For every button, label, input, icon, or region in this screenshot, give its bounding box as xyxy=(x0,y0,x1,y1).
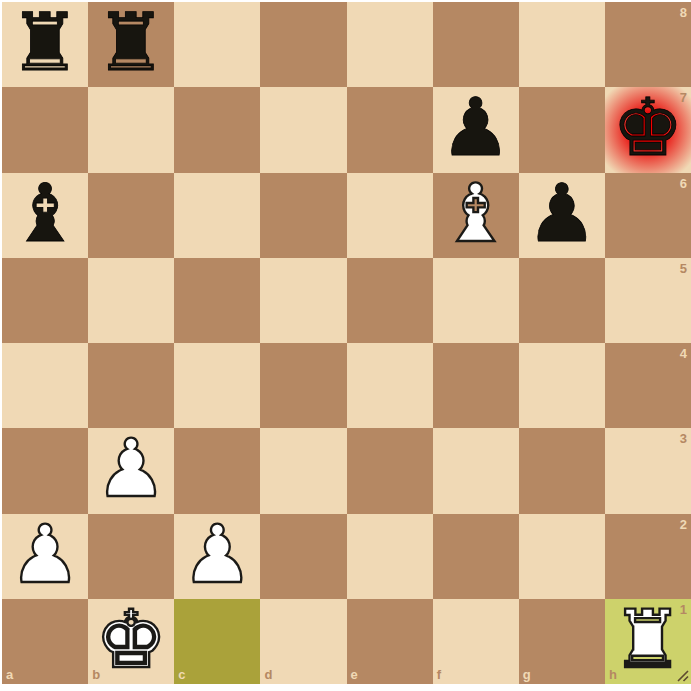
square-b6[interactable] xyxy=(88,173,174,258)
square-a3[interactable] xyxy=(2,428,88,513)
square-c3[interactable] xyxy=(174,428,260,513)
piece-black-bishop[interactable]: ♝ xyxy=(9,173,81,256)
coord-rank-2: 2 xyxy=(680,518,687,531)
square-h8[interactable]: 8 xyxy=(605,2,691,87)
piece-white-pawn[interactable]: ♟ xyxy=(181,514,253,597)
piece-black-pawn[interactable]: ♟ xyxy=(440,87,512,170)
square-c4[interactable] xyxy=(174,343,260,428)
square-g6[interactable]: ♟ xyxy=(519,173,605,258)
coord-rank-5: 5 xyxy=(680,262,687,275)
square-g7[interactable] xyxy=(519,87,605,172)
square-c7[interactable] xyxy=(174,87,260,172)
square-f4[interactable] xyxy=(433,343,519,428)
piece-white-king[interactable]: ♚ xyxy=(95,599,167,682)
square-h5[interactable]: 5 xyxy=(605,258,691,343)
square-b8[interactable]: ♜ xyxy=(88,2,174,87)
square-d5[interactable] xyxy=(260,258,346,343)
square-f5[interactable] xyxy=(433,258,519,343)
square-h6[interactable]: 6 xyxy=(605,173,691,258)
square-g1[interactable]: g xyxy=(519,599,605,684)
square-b4[interactable] xyxy=(88,343,174,428)
piece-white-bishop[interactable]: ♝ xyxy=(440,173,512,256)
piece-black-king[interactable]: ♚ xyxy=(612,87,684,170)
square-e7[interactable] xyxy=(347,87,433,172)
coord-rank-4: 4 xyxy=(680,347,687,360)
coord-rank-6: 6 xyxy=(680,177,687,190)
square-h7[interactable]: ♚7 xyxy=(605,87,691,172)
square-a6[interactable]: ♝ xyxy=(2,173,88,258)
square-g5[interactable] xyxy=(519,258,605,343)
square-b7[interactable] xyxy=(88,87,174,172)
square-c5[interactable] xyxy=(174,258,260,343)
board-resize-handle-icon[interactable] xyxy=(675,668,689,682)
coord-file-a: a xyxy=(6,668,13,681)
square-d4[interactable] xyxy=(260,343,346,428)
square-h3[interactable]: 3 xyxy=(605,428,691,513)
piece-white-rook[interactable]: ♜ xyxy=(612,599,684,682)
square-c1[interactable]: c xyxy=(174,599,260,684)
square-f7[interactable]: ♟ xyxy=(433,87,519,172)
square-g3[interactable] xyxy=(519,428,605,513)
square-b1[interactable]: ♚b xyxy=(88,599,174,684)
piece-white-pawn[interactable]: ♟ xyxy=(9,514,81,597)
square-d2[interactable] xyxy=(260,514,346,599)
square-f8[interactable] xyxy=(433,2,519,87)
square-d3[interactable] xyxy=(260,428,346,513)
square-c6[interactable] xyxy=(174,173,260,258)
square-g4[interactable] xyxy=(519,343,605,428)
coord-file-e: e xyxy=(351,668,358,681)
square-e6[interactable] xyxy=(347,173,433,258)
coord-file-f: f xyxy=(437,668,441,681)
square-b5[interactable] xyxy=(88,258,174,343)
square-h4[interactable]: 4 xyxy=(605,343,691,428)
square-c2[interactable]: ♟ xyxy=(174,514,260,599)
square-d7[interactable] xyxy=(260,87,346,172)
coord-rank-3: 3 xyxy=(680,432,687,445)
square-e5[interactable] xyxy=(347,258,433,343)
coord-file-g: g xyxy=(523,668,531,681)
square-c8[interactable] xyxy=(174,2,260,87)
square-a5[interactable] xyxy=(2,258,88,343)
square-f6[interactable]: ♝ xyxy=(433,173,519,258)
piece-black-rook[interactable]: ♜ xyxy=(9,2,81,85)
square-g2[interactable] xyxy=(519,514,605,599)
square-d8[interactable] xyxy=(260,2,346,87)
square-e2[interactable] xyxy=(347,514,433,599)
square-e1[interactable]: e xyxy=(347,599,433,684)
piece-black-rook[interactable]: ♜ xyxy=(95,2,167,85)
square-e4[interactable] xyxy=(347,343,433,428)
square-h2[interactable]: 2 xyxy=(605,514,691,599)
square-e3[interactable] xyxy=(347,428,433,513)
square-b2[interactable] xyxy=(88,514,174,599)
piece-white-pawn[interactable]: ♟ xyxy=(95,428,167,511)
square-d6[interactable] xyxy=(260,173,346,258)
square-f2[interactable] xyxy=(433,514,519,599)
page: ♜♜8♟♚7♝♝♟654♟3♟♟2a♚bcdefg♜1h xyxy=(0,0,691,691)
coord-file-c: c xyxy=(178,668,185,681)
coord-rank-8: 8 xyxy=(680,6,687,19)
square-a7[interactable] xyxy=(2,87,88,172)
piece-black-pawn[interactable]: ♟ xyxy=(526,173,598,256)
square-f3[interactable] xyxy=(433,428,519,513)
square-a1[interactable]: a xyxy=(2,599,88,684)
square-b3[interactable]: ♟ xyxy=(88,428,174,513)
square-d1[interactable]: d xyxy=(260,599,346,684)
square-a4[interactable] xyxy=(2,343,88,428)
square-e8[interactable] xyxy=(347,2,433,87)
square-a2[interactable]: ♟ xyxy=(2,514,88,599)
coord-file-d: d xyxy=(264,668,272,681)
square-a8[interactable]: ♜ xyxy=(2,2,88,87)
square-f1[interactable]: f xyxy=(433,599,519,684)
square-g8[interactable] xyxy=(519,2,605,87)
chess-board: ♜♜8♟♚7♝♝♟654♟3♟♟2a♚bcdefg♜1h xyxy=(2,2,691,684)
